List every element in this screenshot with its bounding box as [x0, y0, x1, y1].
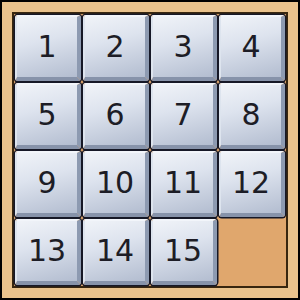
tile-number: 5 [37, 100, 56, 130]
cell-r4c3: 15 [150, 218, 218, 286]
tile-number: 1 [37, 32, 56, 62]
tile-number: 11 [164, 168, 202, 198]
cell-r2c1: 5 [14, 82, 82, 150]
cell-r3c2: 10 [82, 150, 150, 218]
screenshot: 123456789101112131415 [0, 0, 300, 300]
cell-r1c1: 1 [14, 14, 82, 82]
tile-number: 10 [96, 168, 134, 198]
tile-number: 15 [164, 236, 202, 266]
tile-number: 13 [28, 236, 66, 266]
tile-number: 3 [173, 32, 192, 62]
tile-13[interactable]: 13 [15, 219, 81, 285]
tile-number: 4 [241, 32, 260, 62]
tile-12[interactable]: 12 [219, 151, 285, 217]
board-frame: 123456789101112131415 [0, 0, 300, 300]
empty-slot [219, 219, 285, 285]
cell-r1c2: 2 [82, 14, 150, 82]
cell-r1c4: 4 [218, 14, 286, 82]
tile-number: 7 [173, 100, 192, 130]
tile-9[interactable]: 9 [15, 151, 81, 217]
tile-number: 8 [241, 100, 260, 130]
tile-10[interactable]: 10 [83, 151, 149, 217]
tile-2[interactable]: 2 [83, 15, 149, 81]
tile-14[interactable]: 14 [83, 219, 149, 285]
tile-11[interactable]: 11 [151, 151, 217, 217]
tile-1[interactable]: 1 [15, 15, 81, 81]
cell-r1c3: 3 [150, 14, 218, 82]
tile-4[interactable]: 4 [219, 15, 285, 81]
cell-r3c4: 12 [218, 150, 286, 218]
cell-r2c3: 7 [150, 82, 218, 150]
cell-r3c1: 9 [14, 150, 82, 218]
tile-number: 14 [96, 236, 134, 266]
puzzle-board: 123456789101112131415 [14, 14, 286, 286]
board-well: 123456789101112131415 [12, 12, 288, 288]
tile-number: 9 [37, 168, 56, 198]
cell-r2c4: 8 [218, 82, 286, 150]
tile-number: 2 [105, 32, 124, 62]
tile-number: 12 [232, 168, 270, 198]
empty-cell [218, 218, 286, 286]
tile-6[interactable]: 6 [83, 83, 149, 149]
tile-7[interactable]: 7 [151, 83, 217, 149]
tile-15[interactable]: 15 [151, 219, 217, 285]
tile-number: 6 [105, 100, 124, 130]
cell-r4c2: 14 [82, 218, 150, 286]
tile-8[interactable]: 8 [219, 83, 285, 149]
cell-r3c3: 11 [150, 150, 218, 218]
cell-r4c1: 13 [14, 218, 82, 286]
tile-5[interactable]: 5 [15, 83, 81, 149]
cell-r2c2: 6 [82, 82, 150, 150]
tile-3[interactable]: 3 [151, 15, 217, 81]
